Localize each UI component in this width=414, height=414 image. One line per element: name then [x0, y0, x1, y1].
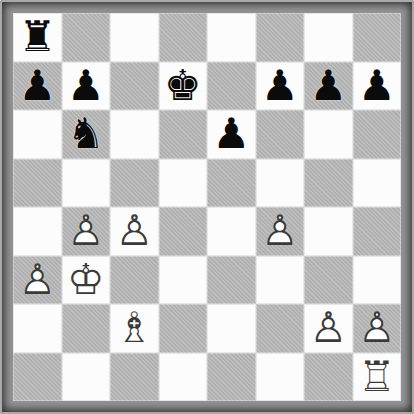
square-f4[interactable]: ♟♙: [256, 207, 305, 256]
black-pawn-h7[interactable]: ♟: [358, 65, 396, 107]
square-g1[interactable]: [304, 353, 353, 402]
square-g6[interactable]: [304, 110, 353, 159]
square-b3[interactable]: ♚♔: [62, 256, 111, 305]
square-a5[interactable]: [13, 159, 62, 208]
white-king-b3[interactable]: ♚♔: [67, 259, 105, 301]
black-rook-a8[interactable]: ♜: [18, 16, 56, 58]
piece-outline: ♗: [115, 304, 153, 352]
piece-outline: ♙: [67, 207, 105, 255]
piece-outline: ♙: [261, 207, 299, 255]
square-f3[interactable]: [256, 256, 305, 305]
square-a1[interactable]: [13, 353, 62, 402]
square-g4[interactable]: [304, 207, 353, 256]
square-d6[interactable]: [159, 110, 208, 159]
piece-outline: ♔: [67, 256, 105, 304]
square-a6[interactable]: [13, 110, 62, 159]
square-a8[interactable]: ♜: [13, 13, 62, 62]
square-h8[interactable]: [353, 13, 402, 62]
square-c6[interactable]: [110, 110, 159, 159]
square-h3[interactable]: [353, 256, 402, 305]
square-b7[interactable]: ♟: [62, 62, 111, 111]
square-h7[interactable]: ♟: [353, 62, 402, 111]
piece-outline: ♖: [358, 353, 396, 401]
square-d3[interactable]: [159, 256, 208, 305]
square-e1[interactable]: [207, 353, 256, 402]
square-e2[interactable]: [207, 304, 256, 353]
square-b6[interactable]: ♞: [62, 110, 111, 159]
black-pawn-f7[interactable]: ♟: [261, 65, 299, 107]
square-c2[interactable]: ♝♗: [110, 304, 159, 353]
square-h2[interactable]: ♟♙: [353, 304, 402, 353]
white-pawn-g2[interactable]: ♟♙: [309, 307, 347, 349]
square-e6[interactable]: ♟: [207, 110, 256, 159]
square-e3[interactable]: [207, 256, 256, 305]
square-f8[interactable]: [256, 13, 305, 62]
square-e4[interactable]: [207, 207, 256, 256]
square-d4[interactable]: [159, 207, 208, 256]
chess-board: ♜♟♟♚♟♟♟♞♟♟♙♟♙♟♙♟♙♚♔♝♗♟♙♟♙♜♖: [13, 13, 401, 401]
black-pawn-a7[interactable]: ♟: [18, 65, 56, 107]
square-e5[interactable]: [207, 159, 256, 208]
square-a4[interactable]: [13, 207, 62, 256]
square-c4[interactable]: ♟♙: [110, 207, 159, 256]
white-pawn-f4[interactable]: ♟♙: [261, 210, 299, 252]
black-king-d7[interactable]: ♚: [164, 65, 202, 107]
square-c1[interactable]: [110, 353, 159, 402]
square-b2[interactable]: [62, 304, 111, 353]
square-c3[interactable]: [110, 256, 159, 305]
square-g3[interactable]: [304, 256, 353, 305]
white-bishop-c2[interactable]: ♝♗: [115, 307, 153, 349]
black-pawn-e6[interactable]: ♟: [212, 113, 250, 155]
square-c8[interactable]: [110, 13, 159, 62]
square-d5[interactable]: [159, 159, 208, 208]
square-f1[interactable]: [256, 353, 305, 402]
white-rook-h1[interactable]: ♜♖: [358, 356, 396, 398]
white-pawn-a3[interactable]: ♟♙: [18, 259, 56, 301]
square-h1[interactable]: ♜♖: [353, 353, 402, 402]
square-f5[interactable]: [256, 159, 305, 208]
white-pawn-c4[interactable]: ♟♙: [115, 210, 153, 252]
board-frame: ♜♟♟♚♟♟♟♞♟♟♙♟♙♟♙♟♙♚♔♝♗♟♙♟♙♜♖: [0, 0, 414, 414]
white-pawn-b4[interactable]: ♟♙: [67, 210, 105, 252]
square-h4[interactable]: [353, 207, 402, 256]
square-d2[interactable]: [159, 304, 208, 353]
piece-outline: ♙: [358, 304, 396, 352]
square-b4[interactable]: ♟♙: [62, 207, 111, 256]
black-knight-b6[interactable]: ♞: [67, 113, 105, 155]
square-d1[interactable]: [159, 353, 208, 402]
square-c5[interactable]: [110, 159, 159, 208]
square-d7[interactable]: ♚: [159, 62, 208, 111]
square-a2[interactable]: [13, 304, 62, 353]
white-pawn-h2[interactable]: ♟♙: [358, 307, 396, 349]
piece-outline: ♙: [309, 304, 347, 352]
square-h6[interactable]: [353, 110, 402, 159]
piece-outline: ♙: [18, 256, 56, 304]
square-c7[interactable]: [110, 62, 159, 111]
square-a7[interactable]: ♟: [13, 62, 62, 111]
square-b5[interactable]: [62, 159, 111, 208]
black-pawn-b7[interactable]: ♟: [67, 65, 105, 107]
square-e8[interactable]: [207, 13, 256, 62]
square-f7[interactable]: ♟: [256, 62, 305, 111]
square-b8[interactable]: [62, 13, 111, 62]
piece-outline: ♙: [115, 207, 153, 255]
square-a3[interactable]: ♟♙: [13, 256, 62, 305]
square-g8[interactable]: [304, 13, 353, 62]
square-g7[interactable]: ♟: [304, 62, 353, 111]
square-g2[interactable]: ♟♙: [304, 304, 353, 353]
square-g5[interactable]: [304, 159, 353, 208]
square-d8[interactable]: [159, 13, 208, 62]
square-f6[interactable]: [256, 110, 305, 159]
square-h5[interactable]: [353, 159, 402, 208]
black-pawn-g7[interactable]: ♟: [309, 65, 347, 107]
square-f2[interactable]: [256, 304, 305, 353]
square-b1[interactable]: [62, 353, 111, 402]
square-e7[interactable]: [207, 62, 256, 111]
